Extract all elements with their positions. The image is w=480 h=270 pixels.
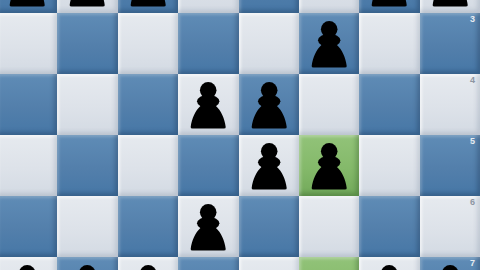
rank-label-3: 3 (470, 14, 475, 24)
square-e7[interactable] (178, 257, 238, 270)
black-pawn-e6 (178, 196, 238, 257)
white-pawn-a2 (420, 0, 480, 13)
square-f7[interactable] (118, 257, 178, 270)
square-g7[interactable] (57, 257, 117, 270)
black-pawn-h7 (0, 257, 57, 270)
square-f3[interactable] (118, 13, 178, 74)
white-pawn-c3 (299, 13, 359, 74)
square-h3[interactable] (0, 13, 57, 74)
square-f4[interactable] (118, 74, 178, 135)
rank-label-6: 6 (470, 197, 475, 207)
square-f2[interactable] (118, 0, 178, 13)
black-pawn-f7 (118, 257, 178, 270)
square-d7[interactable] (239, 257, 299, 270)
white-pawn-b2 (359, 0, 419, 13)
square-b2[interactable] (359, 0, 419, 13)
square-a5[interactable]: 5 (420, 135, 480, 196)
white-pawn-f2 (118, 0, 178, 13)
white-pawn-d4 (239, 74, 299, 135)
square-c3[interactable] (299, 13, 359, 74)
square-b3[interactable] (359, 13, 419, 74)
square-a3[interactable]: 3 (420, 13, 480, 74)
square-g5[interactable] (57, 135, 117, 196)
square-g6[interactable] (57, 196, 117, 257)
square-h6[interactable] (0, 196, 57, 257)
chess-board: 34567 (0, 0, 480, 270)
square-d2[interactable] (239, 0, 299, 13)
square-d3[interactable] (239, 13, 299, 74)
square-c4[interactable] (299, 74, 359, 135)
square-a6[interactable]: 6 (420, 196, 480, 257)
square-c6[interactable] (299, 196, 359, 257)
square-e6[interactable] (178, 196, 238, 257)
square-a2[interactable] (420, 0, 480, 13)
square-f5[interactable] (118, 135, 178, 196)
square-e3[interactable] (178, 13, 238, 74)
square-e2[interactable] (178, 0, 238, 13)
square-d4[interactable] (239, 74, 299, 135)
square-b5[interactable] (359, 135, 419, 196)
square-b4[interactable] (359, 74, 419, 135)
square-h4[interactable] (0, 74, 57, 135)
square-d6[interactable] (239, 196, 299, 257)
square-h2[interactable] (0, 0, 57, 13)
video-frame: 34567 (0, 0, 480, 270)
black-pawn-g7 (57, 257, 117, 270)
square-g4[interactable] (57, 74, 117, 135)
square-a7[interactable]: 7 (420, 257, 480, 270)
square-f6[interactable] (118, 196, 178, 257)
black-pawn-d5 (239, 135, 299, 196)
rank-label-7: 7 (470, 258, 475, 268)
square-c7[interactable] (299, 257, 359, 270)
rank-label-4: 4 (470, 75, 475, 85)
white-pawn-g2 (57, 0, 117, 13)
black-pawn-b7 (359, 257, 419, 270)
square-c5[interactable] (299, 135, 359, 196)
white-pawn-h2 (0, 0, 57, 13)
square-e4[interactable] (178, 74, 238, 135)
square-e5[interactable] (178, 135, 238, 196)
square-h5[interactable] (0, 135, 57, 196)
rank-label-5: 5 (470, 136, 475, 146)
square-a4[interactable]: 4 (420, 74, 480, 135)
white-pawn-e4 (178, 74, 238, 135)
square-b6[interactable] (359, 196, 419, 257)
square-d5[interactable] (239, 135, 299, 196)
square-b7[interactable] (359, 257, 419, 270)
square-g2[interactable] (57, 0, 117, 13)
square-g3[interactable] (57, 13, 117, 74)
square-h7[interactable] (0, 257, 57, 270)
black-pawn-c5 (299, 135, 359, 196)
square-c2[interactable] (299, 0, 359, 13)
